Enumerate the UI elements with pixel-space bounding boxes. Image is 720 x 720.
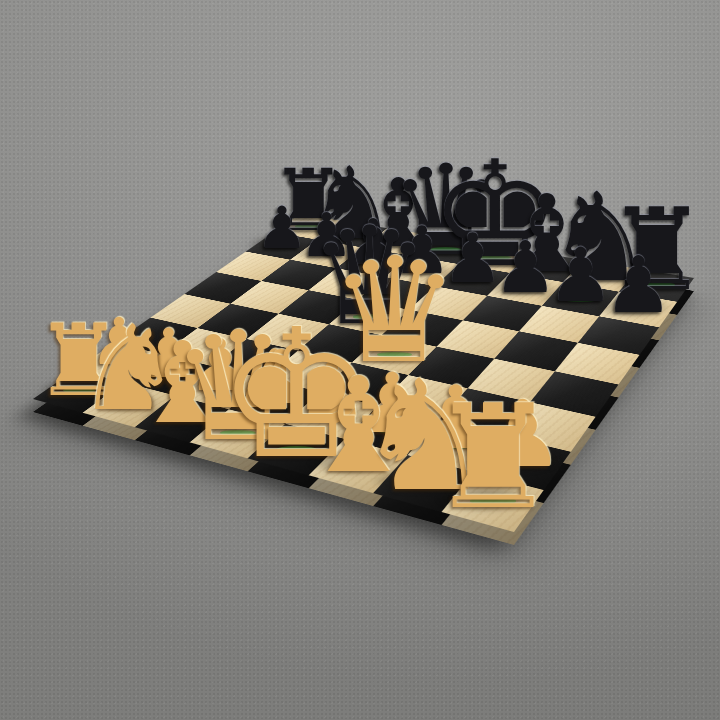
chess-set-photo: ♜♞♝♛♚♝♞♜♟♟♟♟♟♟♟♟♛♛♟♟♟♟♟♟♟♟♜♞♝♛♚♝♞♜ [0, 0, 720, 720]
chess-board [33, 214, 694, 532]
